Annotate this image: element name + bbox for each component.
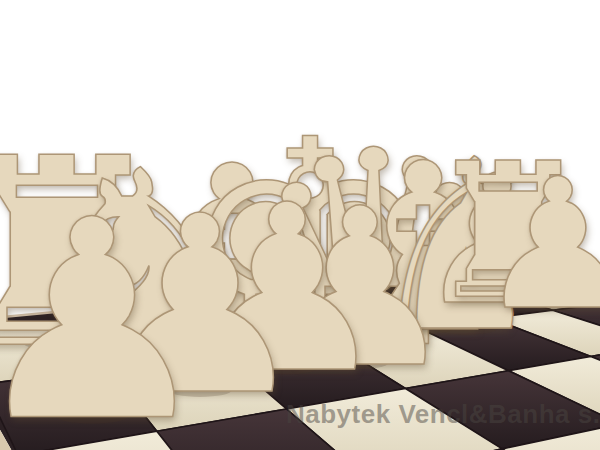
- piece-pawn-a2: ♟: [477, 155, 600, 335]
- watermark-text: Nabytek Vencl&Banha s.r.o.: [286, 399, 600, 430]
- pieces-layer: ♜♞♝♚♛♝♞♜♟♟♟♟♟♟: [0, 0, 600, 450]
- chess-set-photo: ♜♞♝♚♛♝♞♜♟♟♟♟♟♟ Nabytek Vencl&Banha s.r.o…: [0, 0, 600, 450]
- piece-pawn-h2: ♟: [0, 184, 215, 450]
